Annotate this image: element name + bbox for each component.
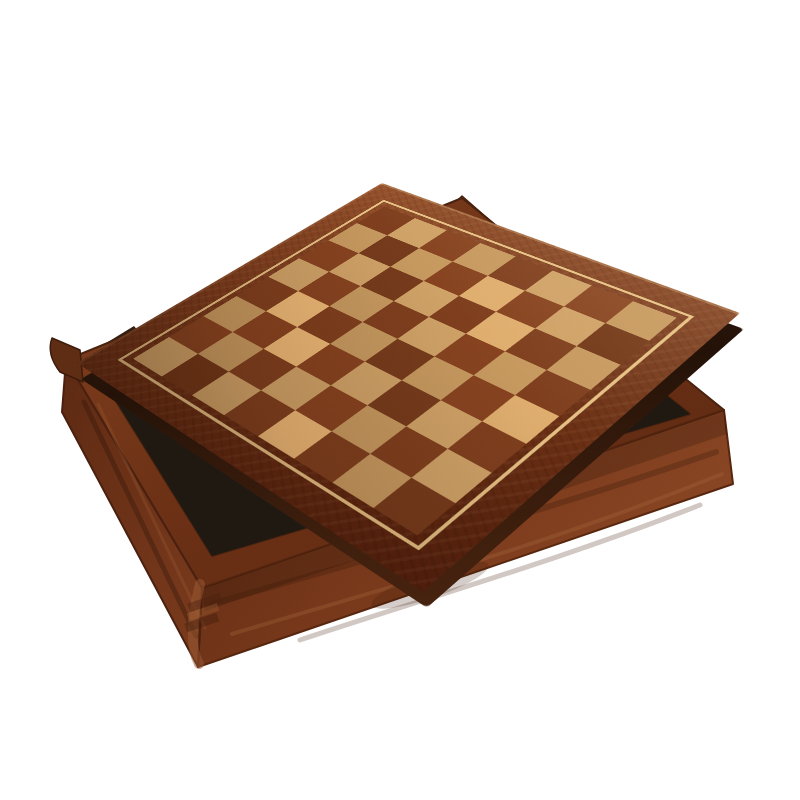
scene: [0, 0, 800, 800]
lid-ear: [50, 338, 83, 382]
